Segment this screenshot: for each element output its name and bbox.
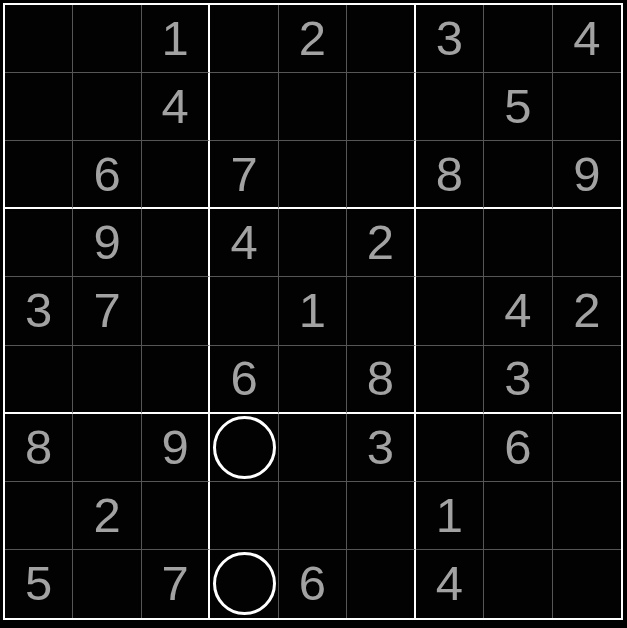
cell-r9c5[interactable]: 6 [279,550,347,618]
cell-r3c7[interactable]: 8 [416,141,484,209]
given-digit: 7 [161,559,188,608]
given-digit: 6 [299,559,326,608]
cell-r8c7[interactable]: 1 [416,482,484,550]
given-digit: 3 [25,286,52,335]
cell-r5c6[interactable] [347,277,415,345]
cell-r3c9[interactable]: 9 [553,141,621,209]
cell-r7c1[interactable]: 8 [5,414,73,482]
cell-r2c4[interactable] [210,73,278,141]
cell-r1c7[interactable]: 3 [416,5,484,73]
given-digit: 5 [504,82,531,131]
cell-r8c8[interactable] [484,482,552,550]
given-digit: 4 [504,286,531,335]
cell-r6c5[interactable] [279,346,347,414]
cell-r1c1[interactable] [5,5,73,73]
given-digit: 5 [25,559,52,608]
cell-r2c9[interactable] [553,73,621,141]
given-digit: 3 [504,354,531,403]
given-digit: 2 [367,218,394,267]
cell-r6c7[interactable] [416,346,484,414]
given-digit: 7 [230,150,257,199]
given-digit: 6 [94,150,121,199]
cell-r4c5[interactable] [279,209,347,277]
cell-r9c8[interactable] [484,550,552,618]
cell-r4c6[interactable]: 2 [347,209,415,277]
cell-r7c3[interactable]: 9 [142,414,210,482]
cell-r6c8[interactable]: 3 [484,346,552,414]
cell-r6c2[interactable] [73,346,141,414]
cell-r3c1[interactable] [5,141,73,209]
cell-r1c4[interactable] [210,5,278,73]
cell-r2c3[interactable]: 4 [142,73,210,141]
cell-r7c2[interactable] [73,414,141,482]
cell-r6c9[interactable] [553,346,621,414]
cell-r2c8[interactable]: 5 [484,73,552,141]
cell-r3c2[interactable]: 6 [73,141,141,209]
cell-r6c3[interactable] [142,346,210,414]
cell-r5c2[interactable]: 7 [73,277,141,345]
cell-r9c2[interactable] [73,550,141,618]
cell-r5c1[interactable]: 3 [5,277,73,345]
cell-r8c2[interactable]: 2 [73,482,141,550]
cell-r4c3[interactable] [142,209,210,277]
given-digit: 1 [299,286,326,335]
given-digit: 6 [504,423,531,472]
cell-r3c3[interactable] [142,141,210,209]
cell-r7c8[interactable]: 6 [484,414,552,482]
cell-r3c5[interactable] [279,141,347,209]
cell-r4c1[interactable] [5,209,73,277]
cell-r2c5[interactable] [279,73,347,141]
cell-r8c9[interactable] [553,482,621,550]
cell-r4c8[interactable] [484,209,552,277]
given-digit: 4 [161,82,188,131]
cell-r7c7[interactable] [416,414,484,482]
cell-r3c8[interactable] [484,141,552,209]
given-digit: 2 [299,14,326,63]
cell-r4c7[interactable] [416,209,484,277]
cell-r9c9[interactable] [553,550,621,618]
cell-r9c4[interactable] [210,550,278,618]
cell-r3c4[interactable]: 7 [210,141,278,209]
cell-r9c3[interactable]: 7 [142,550,210,618]
cell-r2c2[interactable] [73,73,141,141]
given-digit: 1 [161,14,188,63]
cell-r8c3[interactable] [142,482,210,550]
given-digit: 9 [94,218,121,267]
cell-r6c1[interactable] [5,346,73,414]
circle-mark [213,552,276,615]
given-digit: 9 [573,150,600,199]
cell-r4c2[interactable]: 9 [73,209,141,277]
cell-r9c1[interactable]: 5 [5,550,73,618]
given-digit: 8 [436,150,463,199]
cell-r5c8[interactable]: 4 [484,277,552,345]
given-digit: 1 [436,491,463,540]
circle-mark [213,416,276,479]
cell-r8c4[interactable] [210,482,278,550]
given-digit: 3 [367,423,394,472]
given-digit: 8 [367,354,394,403]
sudoku-board: 1234456789942371426838936215764 [3,3,623,620]
cell-r7c4[interactable] [210,414,278,482]
cell-r1c2[interactable] [73,5,141,73]
cell-r1c8[interactable] [484,5,552,73]
cell-r3c6[interactable] [347,141,415,209]
cell-r7c6[interactable]: 3 [347,414,415,482]
cell-r2c1[interactable] [5,73,73,141]
cell-r1c9[interactable]: 4 [553,5,621,73]
cell-r2c7[interactable] [416,73,484,141]
cell-r7c5[interactable] [279,414,347,482]
cell-r2c6[interactable] [347,73,415,141]
cell-r8c6[interactable] [347,482,415,550]
given-digit: 2 [573,286,600,335]
cell-r1c6[interactable] [347,5,415,73]
cell-r5c4[interactable] [210,277,278,345]
cell-r9c7[interactable]: 4 [416,550,484,618]
given-digit: 6 [230,354,257,403]
given-digit: 2 [94,491,121,540]
cell-r5c7[interactable] [416,277,484,345]
given-digit: 9 [161,423,188,472]
given-digit: 8 [25,423,52,472]
cell-r8c1[interactable] [5,482,73,550]
cell-r5c9[interactable]: 2 [553,277,621,345]
cell-r5c3[interactable] [142,277,210,345]
given-digit: 4 [573,14,600,63]
cell-r1c5[interactable]: 2 [279,5,347,73]
cell-r8c5[interactable] [279,482,347,550]
cell-r5c5[interactable]: 1 [279,277,347,345]
cell-r1c3[interactable]: 1 [142,5,210,73]
cell-r6c6[interactable]: 8 [347,346,415,414]
cell-r9c6[interactable] [347,550,415,618]
cell-r4c4[interactable]: 4 [210,209,278,277]
given-digit: 4 [436,559,463,608]
given-digit: 3 [436,14,463,63]
given-digit: 7 [94,286,121,335]
cell-r6c4[interactable]: 6 [210,346,278,414]
given-digit: 4 [230,218,257,267]
cell-r7c9[interactable] [553,414,621,482]
cell-r4c9[interactable] [553,209,621,277]
